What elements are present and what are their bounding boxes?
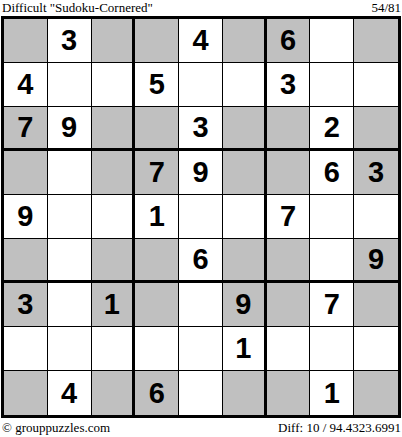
cell-r8c5-empty[interactable] bbox=[179, 327, 223, 371]
cell-r6c2-empty[interactable] bbox=[48, 239, 92, 283]
puzzle-title: Difficult "Sudoku-Cornered" bbox=[2, 1, 153, 14]
cell-r2c2-empty[interactable] bbox=[48, 63, 92, 107]
cell-r4c2-empty[interactable] bbox=[48, 151, 92, 195]
cell-r7c3-given: 1 bbox=[92, 283, 136, 327]
cell-r2c7-given: 3 bbox=[267, 63, 311, 107]
cell-r4c3-empty[interactable] bbox=[92, 151, 136, 195]
cell-r6c4-empty[interactable] bbox=[135, 239, 179, 283]
cell-r7c7-empty[interactable] bbox=[267, 283, 311, 327]
cell-r8c4-empty[interactable] bbox=[135, 327, 179, 371]
cell-r2c4-given: 5 bbox=[135, 63, 179, 107]
cell-r6c1-empty[interactable] bbox=[4, 239, 48, 283]
cell-r8c6-given: 1 bbox=[223, 327, 267, 371]
cell-r2c1-given: 4 bbox=[4, 63, 48, 107]
cell-r8c2-empty[interactable] bbox=[48, 327, 92, 371]
cell-r1c1-empty[interactable] bbox=[4, 19, 48, 63]
cell-r6c6-empty[interactable] bbox=[223, 239, 267, 283]
cell-r6c9-given: 9 bbox=[354, 239, 398, 283]
cell-r1c6-empty[interactable] bbox=[223, 19, 267, 63]
cell-r4c1-empty[interactable] bbox=[4, 151, 48, 195]
cell-r3c8-given: 2 bbox=[310, 107, 354, 151]
header: Difficult "Sudoku-Cornered" 54/81 bbox=[0, 0, 402, 16]
cell-r1c5-given: 4 bbox=[179, 19, 223, 63]
cell-r7c2-empty[interactable] bbox=[48, 283, 92, 327]
cell-r1c9-empty[interactable] bbox=[354, 19, 398, 63]
cell-r3c4-empty[interactable] bbox=[135, 107, 179, 151]
cell-r9c8-given: 1 bbox=[310, 371, 354, 415]
cell-r4c8-given: 6 bbox=[310, 151, 354, 195]
cell-r4c6-empty[interactable] bbox=[223, 151, 267, 195]
cell-r1c7-given: 6 bbox=[267, 19, 311, 63]
cell-r4c7-empty[interactable] bbox=[267, 151, 311, 195]
cell-r7c5-empty[interactable] bbox=[179, 283, 223, 327]
cell-r5c2-empty[interactable] bbox=[48, 195, 92, 239]
cell-r7c1-given: 3 bbox=[4, 283, 48, 327]
cell-r5c3-empty[interactable] bbox=[92, 195, 136, 239]
cell-r7c8-given: 7 bbox=[310, 283, 354, 327]
cell-r3c6-empty[interactable] bbox=[223, 107, 267, 151]
cell-r3c2-given: 9 bbox=[48, 107, 92, 151]
cell-r8c1-empty[interactable] bbox=[4, 327, 48, 371]
cell-r8c7-empty[interactable] bbox=[267, 327, 311, 371]
cell-r8c8-empty[interactable] bbox=[310, 327, 354, 371]
cell-r6c8-empty[interactable] bbox=[310, 239, 354, 283]
cell-r9c7-empty[interactable] bbox=[267, 371, 311, 415]
copyright-text: © grouppuzzles.com bbox=[2, 421, 110, 435]
cell-r4c4-given: 7 bbox=[135, 151, 179, 195]
cell-r6c7-empty[interactable] bbox=[267, 239, 311, 283]
cell-r2c8-empty[interactable] bbox=[310, 63, 354, 107]
cell-r3c9-empty[interactable] bbox=[354, 107, 398, 151]
difficulty-text: Diff: 10 / 94.4323.6991 bbox=[278, 421, 401, 435]
cell-r7c6-given: 9 bbox=[223, 283, 267, 327]
sudoku-board: 346453793279639176931971461 bbox=[1, 16, 401, 418]
cell-r5c5-empty[interactable] bbox=[179, 195, 223, 239]
footer: © grouppuzzles.com Diff: 10 / 94.4323.69… bbox=[0, 418, 402, 437]
cell-r8c9-empty[interactable] bbox=[354, 327, 398, 371]
cell-r9c3-empty[interactable] bbox=[92, 371, 136, 415]
cell-r3c7-empty[interactable] bbox=[267, 107, 311, 151]
cell-r9c4-given: 6 bbox=[135, 371, 179, 415]
cell-r5c8-empty[interactable] bbox=[310, 195, 354, 239]
cell-r5c9-empty[interactable] bbox=[354, 195, 398, 239]
cell-r4c9-given: 3 bbox=[354, 151, 398, 195]
cell-r3c3-empty[interactable] bbox=[92, 107, 136, 151]
cell-r8c3-empty[interactable] bbox=[92, 327, 136, 371]
cell-r9c1-empty[interactable] bbox=[4, 371, 48, 415]
cell-r5c6-empty[interactable] bbox=[223, 195, 267, 239]
cell-r7c4-empty[interactable] bbox=[135, 283, 179, 327]
cell-r6c5-given: 6 bbox=[179, 239, 223, 283]
cell-counter: 54/81 bbox=[371, 1, 401, 14]
cell-r5c4-given: 1 bbox=[135, 195, 179, 239]
cell-r2c5-empty[interactable] bbox=[179, 63, 223, 107]
cell-r9c9-empty[interactable] bbox=[354, 371, 398, 415]
cell-r1c4-empty[interactable] bbox=[135, 19, 179, 63]
cell-r2c9-empty[interactable] bbox=[354, 63, 398, 107]
cell-r6c3-empty[interactable] bbox=[92, 239, 136, 283]
cell-r4c5-given: 9 bbox=[179, 151, 223, 195]
cell-r2c6-empty[interactable] bbox=[223, 63, 267, 107]
cell-r1c2-given: 3 bbox=[48, 19, 92, 63]
cell-r5c7-given: 7 bbox=[267, 195, 311, 239]
cell-r7c9-empty[interactable] bbox=[354, 283, 398, 327]
cell-r1c3-empty[interactable] bbox=[92, 19, 136, 63]
cell-r9c6-empty[interactable] bbox=[223, 371, 267, 415]
cell-r3c1-given: 7 bbox=[4, 107, 48, 151]
cell-r1c8-empty[interactable] bbox=[310, 19, 354, 63]
cell-r9c5-empty[interactable] bbox=[179, 371, 223, 415]
cell-r3c5-given: 3 bbox=[179, 107, 223, 151]
cell-r5c1-given: 9 bbox=[4, 195, 48, 239]
cell-r9c2-given: 4 bbox=[48, 371, 92, 415]
cell-r2c3-empty[interactable] bbox=[92, 63, 136, 107]
